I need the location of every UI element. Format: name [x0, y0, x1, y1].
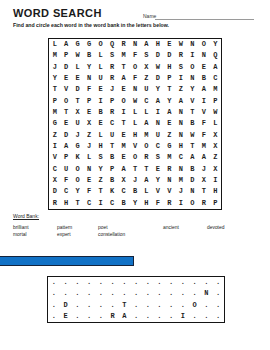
grid-cell: E — [198, 62, 209, 73]
grid-cell: S — [141, 50, 152, 61]
grid-cell: M — [164, 152, 175, 163]
answer-dot-cell: . — [165, 277, 177, 288]
grid-cell: Z — [164, 130, 175, 141]
answer-dot-cell: . — [60, 277, 72, 288]
grid-cell: A — [60, 141, 71, 152]
grid-cell: P — [210, 96, 221, 107]
grid-cell: L — [210, 118, 221, 129]
grid-cell: V — [187, 96, 198, 107]
grid-cell: Z — [175, 84, 186, 95]
grid-cell: T — [95, 186, 106, 197]
grid-cell: N — [152, 118, 163, 129]
word-search-grid: LAGGOQRNAHEWNOYMPWBLSMFSDDRINQJDLYLRTOXW… — [48, 38, 222, 210]
grid-cell: E — [118, 84, 129, 95]
grid-cell: Z — [49, 130, 60, 141]
grid-cell: L — [129, 118, 140, 129]
grid-cell: B — [198, 73, 209, 84]
grid-cell: C — [83, 198, 94, 209]
grid-cell: W — [129, 96, 140, 107]
grid-cell: N — [187, 186, 198, 197]
instruction-text: Find and circle each word in the word ba… — [13, 22, 169, 28]
answer-dot-cell: . — [142, 311, 154, 322]
grid-cell: A — [152, 96, 163, 107]
answer-dot-cell: . — [130, 300, 142, 311]
grid-cell: N — [164, 175, 175, 186]
answer-dot-cell: . — [212, 288, 224, 299]
answer-dot-cell: . — [71, 300, 83, 311]
grid-cell: U — [60, 164, 71, 175]
grid-cell: L — [95, 130, 106, 141]
grid-cell: P — [210, 198, 221, 209]
answer-dot-cell: . — [130, 288, 142, 299]
answer-dot-cell: . — [154, 277, 166, 288]
answer-dot-cell: . — [83, 300, 95, 311]
answer-letter-cell: A — [118, 311, 130, 322]
grid-cell: L — [141, 107, 152, 118]
grid-cell: F — [83, 84, 94, 95]
grid-cell: A — [198, 152, 209, 163]
answer-dot-cell: . — [83, 311, 95, 322]
grid-cell: V — [164, 186, 175, 197]
grid-cell: E — [152, 164, 163, 175]
grid-cell: J — [129, 175, 140, 186]
grid-cell: P — [83, 96, 94, 107]
grid-cell: P — [60, 50, 71, 61]
answer-dot-cell: . — [142, 277, 154, 288]
grid-cell: I — [49, 141, 60, 152]
word-bank-item: devoted — [207, 225, 252, 232]
grid-cell: B — [118, 198, 129, 209]
grid-cell: U — [72, 118, 83, 129]
answer-dot-cell: . — [60, 288, 72, 299]
grid-cell: H — [129, 130, 140, 141]
grid-cell: O — [95, 39, 106, 50]
grid-cell: I — [198, 96, 209, 107]
grid-cell: W — [152, 62, 163, 73]
grid-cell: T — [129, 164, 140, 175]
grid-cell: T — [198, 186, 209, 197]
answer-dot-cell: . — [48, 288, 60, 299]
grid-cell: G — [49, 118, 60, 129]
grid-cell: F — [198, 118, 209, 129]
grid-cell: N — [129, 84, 140, 95]
grid-cell: M — [141, 130, 152, 141]
page-title: WORD SEARCH — [13, 7, 102, 19]
grid-cell: A — [141, 175, 152, 186]
grid-cell: E — [72, 73, 83, 84]
grid-cell: X — [210, 164, 221, 175]
grid-cell: H — [141, 198, 152, 209]
grid-cell: F — [129, 50, 140, 61]
grid-cell: J — [49, 62, 60, 73]
grid-cell: L — [49, 39, 60, 50]
grid-cell: A — [60, 39, 71, 50]
answer-dot-cell: . — [118, 288, 130, 299]
grid-cell: T — [141, 164, 152, 175]
grid-cell: T — [49, 84, 60, 95]
grid-cell: W — [210, 107, 221, 118]
grid-cell: X — [118, 175, 129, 186]
grid-cell: H — [210, 186, 221, 197]
grid-cell: B — [129, 186, 140, 197]
grid-cell: K — [72, 152, 83, 163]
grid-cell: B — [106, 152, 117, 163]
grid-cell: C — [175, 152, 186, 163]
grid-cell: E — [118, 152, 129, 163]
grid-cell: E — [60, 73, 71, 84]
grid-cell: N — [83, 164, 94, 175]
answer-letter-cell: E — [60, 311, 72, 322]
grid-cell: P — [106, 164, 117, 175]
answer-dot-cell: . — [189, 288, 201, 299]
grid-cell: Y — [49, 73, 60, 84]
grid-cell: C — [152, 141, 163, 152]
grid-cell: H — [60, 198, 71, 209]
grid-cell: B — [187, 118, 198, 129]
grid-cell: M — [118, 141, 129, 152]
grid-cell: C — [49, 164, 60, 175]
grid-cell: O — [60, 96, 71, 107]
grid-cell: O — [129, 152, 140, 163]
grid-cell: C — [106, 118, 117, 129]
grid-cell: Y — [129, 198, 140, 209]
grid-cell: S — [152, 152, 163, 163]
grid-cell: M — [210, 84, 221, 95]
answer-dot-cell: . — [130, 311, 142, 322]
grid-cell: Q — [106, 39, 117, 50]
grid-cell: E — [95, 84, 106, 95]
grid-cell: J — [83, 141, 94, 152]
grid-cell: C — [210, 73, 221, 84]
grid-cell: I — [175, 73, 186, 84]
answer-dot-cell: . — [95, 277, 107, 288]
answer-dot-cell: . — [130, 277, 142, 288]
grid-cell: O — [129, 62, 140, 73]
answer-dot-cell: . — [71, 311, 83, 322]
grid-cell: W — [187, 130, 198, 141]
word-bank-item: poet — [98, 225, 163, 232]
answer-letter-cell: O — [189, 300, 201, 311]
grid-cell: N — [175, 107, 186, 118]
grid-cell: B — [106, 175, 117, 186]
grid-cell: E — [83, 175, 94, 186]
grid-cell: V — [129, 141, 140, 152]
grid-cell: F — [152, 198, 163, 209]
grid-cell: A — [164, 107, 175, 118]
grid-cell: P — [60, 152, 71, 163]
grid-cell: O — [198, 39, 209, 50]
grid-cell: N — [198, 50, 209, 61]
worksheet-page: WORD SEARCH Name Find and circle each wo… — [0, 0, 270, 350]
grid-cell: L — [95, 62, 106, 73]
answer-dot-cell: . — [118, 277, 130, 288]
grid-cell: Y — [95, 164, 106, 175]
grid-cell: S — [95, 152, 106, 163]
answer-dot-cell: . — [212, 300, 224, 311]
grid-cell: Y — [72, 186, 83, 197]
grid-cell: E — [95, 118, 106, 129]
grid-cell: X — [49, 175, 60, 186]
grid-cell: H — [152, 39, 163, 50]
grid-cell: J — [198, 164, 209, 175]
grid-cell: A — [198, 84, 209, 95]
grid-cell: I — [187, 50, 198, 61]
grid-cell: T — [60, 107, 71, 118]
answer-dot-cell: . — [71, 277, 83, 288]
word-bank-label: Word Bank: — [13, 213, 39, 219]
answer-dot-cell: . — [154, 300, 166, 311]
grid-cell: T — [72, 96, 83, 107]
grid-cell: Z — [210, 152, 221, 163]
grid-cell: R — [106, 107, 117, 118]
answer-dot-cell: . — [48, 277, 60, 288]
grid-cell: A — [118, 164, 129, 175]
grid-cell: L — [72, 62, 83, 73]
answer-letter-cell: D — [60, 300, 72, 311]
word-bank-item: expert — [57, 232, 98, 239]
grid-cell: O — [72, 164, 83, 175]
grid-cell: Y — [83, 62, 94, 73]
grid-cell: N — [83, 73, 94, 84]
grid-cell: C — [60, 186, 71, 197]
word-bank-item: brilliant — [13, 225, 57, 232]
answer-dot-cell: . — [71, 288, 83, 299]
grid-cell: Y — [152, 84, 163, 95]
blue-divider-bar — [0, 256, 134, 267]
grid-cell: F — [83, 186, 94, 197]
grid-cell: J — [106, 84, 117, 95]
word-bank-item: pattern — [57, 225, 98, 232]
grid-cell: J — [175, 186, 186, 197]
grid-cell: F — [129, 73, 140, 84]
grid-cell: E — [164, 39, 175, 50]
grid-cell: L — [129, 107, 140, 118]
grid-cell: Y — [152, 175, 163, 186]
word-bank-item: constellation — [98, 232, 163, 239]
answer-dot-cell: . — [165, 288, 177, 299]
answer-letter-cell: R — [107, 311, 119, 322]
answer-dot-cell: . — [48, 300, 60, 311]
grid-cell: Y — [210, 39, 221, 50]
grid-cell: R — [49, 198, 60, 209]
grid-cell: A — [141, 39, 152, 50]
grid-cell: I — [118, 107, 129, 118]
grid-cell: N — [175, 118, 186, 129]
grid-cell: A — [141, 118, 152, 129]
grid-cell: D — [60, 62, 71, 73]
grid-cell: D — [164, 50, 175, 61]
grid-cell: A — [210, 62, 221, 73]
grid-cell: A — [118, 73, 129, 84]
answer-dot-cell: . — [201, 300, 213, 311]
answer-dot-cell: . — [107, 300, 119, 311]
grid-cell: L — [141, 186, 152, 197]
word-bank-item: mortal — [13, 232, 57, 239]
grid-cell: T — [106, 141, 117, 152]
grid-cell: M — [49, 50, 60, 61]
grid-cell: E — [118, 130, 129, 141]
grid-cell: T — [187, 107, 198, 118]
grid-cell: V — [60, 84, 71, 95]
grid-cell: N — [187, 73, 198, 84]
grid-cell: G — [72, 141, 83, 152]
grid-cell: U — [152, 130, 163, 141]
answer-dot-cell: . — [142, 288, 154, 299]
grid-cell: T — [187, 141, 198, 152]
grid-cell: M — [118, 50, 129, 61]
grid-cell: P — [49, 96, 60, 107]
answer-dot-cell: . — [212, 277, 224, 288]
grid-cell: B — [83, 50, 94, 61]
grid-cell: G — [72, 39, 83, 50]
grid-cell: I — [95, 198, 106, 209]
answer-dot-cell: . — [189, 277, 201, 288]
answer-dot-cell: . — [177, 288, 189, 299]
answer-letter-cell: T — [118, 300, 130, 311]
grid-cell: N — [175, 164, 186, 175]
grid-cell: M — [49, 107, 60, 118]
answer-key-grid: ............................N..D....T...… — [47, 276, 225, 323]
grid-cell: H — [175, 141, 186, 152]
answer-dot-cell: . — [107, 277, 119, 288]
grid-cell: P — [164, 73, 175, 84]
grid-cell: D — [49, 186, 60, 197]
grid-cell: U — [141, 84, 152, 95]
grid-cell: O — [187, 62, 198, 73]
grid-cell: C — [141, 96, 152, 107]
grid-cell: U — [106, 130, 117, 141]
answer-dot-cell: . — [95, 311, 107, 322]
answer-dot-cell: . — [95, 288, 107, 299]
grid-cell: K — [106, 186, 117, 197]
grid-cell: X — [83, 118, 94, 129]
grid-cell: L — [83, 152, 94, 163]
grid-cell: H — [95, 141, 106, 152]
answer-dot-cell: . — [165, 311, 177, 322]
grid-cell: E — [164, 118, 175, 129]
grid-cell: H — [164, 62, 175, 73]
grid-cell: X — [198, 175, 209, 186]
grid-cell: Z — [95, 175, 106, 186]
grid-cell: A — [175, 96, 186, 107]
grid-cell: U — [95, 73, 106, 84]
word-bank-item — [207, 232, 252, 239]
grid-cell: R — [106, 62, 117, 73]
grid-cell: V — [49, 152, 60, 163]
grid-cell: I — [210, 175, 221, 186]
answer-dot-cell: . — [201, 311, 213, 322]
grid-cell: O — [141, 141, 152, 152]
grid-cell: T — [164, 84, 175, 95]
answer-letter-cell: N — [201, 288, 213, 299]
grid-cell: D — [187, 175, 198, 186]
grid-cell: I — [175, 198, 186, 209]
grid-cell: S — [175, 62, 186, 73]
grid-cell: I — [95, 96, 106, 107]
grid-cell: N — [129, 39, 140, 50]
grid-cell: T — [118, 118, 129, 129]
grid-cell: X — [72, 107, 83, 118]
word-bank-item — [163, 232, 207, 239]
grid-cell: Z — [141, 73, 152, 84]
grid-cell: B — [95, 107, 106, 118]
answer-dot-cell: . — [95, 300, 107, 311]
grid-cell: M — [198, 141, 209, 152]
grid-cell: G — [83, 39, 94, 50]
grid-cell: R — [164, 164, 175, 175]
answer-dot-cell: . — [83, 277, 95, 288]
grid-cell: W — [175, 39, 186, 50]
answer-dot-cell: . — [83, 288, 95, 299]
grid-cell: W — [72, 50, 83, 61]
answer-dot-cell: . — [212, 311, 224, 322]
grid-cell: Y — [187, 84, 198, 95]
word-bank-list: brilliantpatternpoetancientdevotedmortal… — [13, 225, 252, 240]
answer-dot-cell: . — [48, 311, 60, 322]
grid-cell: Q — [210, 50, 221, 61]
grid-cell: I — [152, 107, 163, 118]
grid-cell: A — [187, 152, 198, 163]
grid-cell: L — [95, 50, 106, 61]
grid-cell: Y — [164, 96, 175, 107]
grid-cell: D — [60, 130, 71, 141]
grid-cell: O — [118, 96, 129, 107]
grid-cell: X — [210, 141, 221, 152]
grid-cell: N — [175, 130, 186, 141]
grid-cell: R — [141, 152, 152, 163]
grid-cell: V — [198, 107, 209, 118]
grid-cell: R — [164, 198, 175, 209]
answer-letter-cell: I — [177, 311, 189, 322]
grid-cell: B — [187, 164, 198, 175]
grid-cell: J — [72, 130, 83, 141]
grid-cell: S — [106, 50, 117, 61]
grid-cell: X — [210, 130, 221, 141]
answer-dot-cell: . — [177, 300, 189, 311]
grid-cell: R — [118, 39, 129, 50]
grid-cell: D — [152, 73, 163, 84]
grid-cell: E — [60, 118, 71, 129]
grid-cell: V — [152, 186, 163, 197]
answer-dot-cell: . — [154, 288, 166, 299]
grid-cell: D — [152, 50, 163, 61]
grid-cell: T — [118, 62, 129, 73]
grid-cell: F — [198, 130, 209, 141]
grid-cell: O — [187, 198, 198, 209]
answer-dot-cell: . — [201, 277, 213, 288]
grid-cell: D — [72, 84, 83, 95]
grid-cell: T — [72, 198, 83, 209]
grid-cell: P — [106, 96, 117, 107]
grid-cell: G — [164, 141, 175, 152]
grid-cell: E — [83, 107, 94, 118]
name-blank-line — [155, 19, 254, 20]
grid-cell: X — [141, 62, 152, 73]
grid-cell: C — [106, 198, 117, 209]
grid-cell: R — [198, 198, 209, 209]
answer-dot-cell: . — [142, 300, 154, 311]
answer-dot-cell: . — [165, 300, 177, 311]
grid-cell: R — [106, 73, 117, 84]
grid-cell: M — [175, 175, 186, 186]
answer-dot-cell: . — [189, 311, 201, 322]
grid-cell: O — [72, 175, 83, 186]
word-bank-item: ancient — [163, 225, 207, 232]
grid-cell: F — [60, 175, 71, 186]
grid-cell: R — [175, 50, 186, 61]
answer-dot-cell: . — [107, 288, 119, 299]
grid-cell: Z — [83, 130, 94, 141]
